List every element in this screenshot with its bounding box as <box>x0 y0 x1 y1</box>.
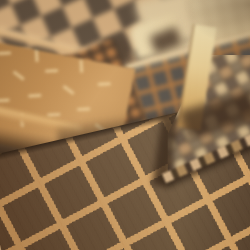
photo-wooden-checkerboards <box>0 0 250 250</box>
